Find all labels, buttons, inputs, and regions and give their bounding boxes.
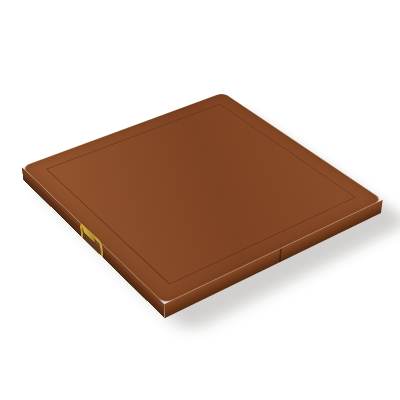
chess-board [23,105,381,318]
fold-seam-side [279,248,282,262]
chess-set-photo [0,0,400,400]
board-top-face [22,93,383,305]
scene-3d [0,0,400,400]
